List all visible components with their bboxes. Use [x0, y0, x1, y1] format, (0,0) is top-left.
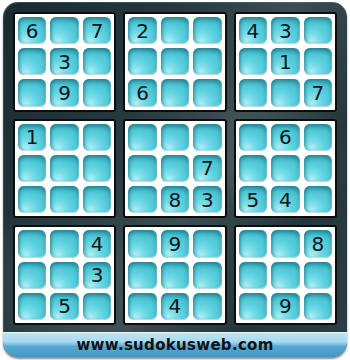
- cell-r2c1[interactable]: [18, 48, 46, 75]
- cell-r3c7[interactable]: [239, 79, 267, 106]
- cell-r4c3[interactable]: [83, 124, 111, 151]
- cell-r6c2[interactable]: [50, 186, 78, 213]
- cell-r1c9[interactable]: [304, 17, 332, 44]
- cell-r2c7[interactable]: [239, 48, 267, 75]
- cell-r6c3[interactable]: [83, 186, 111, 213]
- sudoku-grid: 673926431717836544359489: [3, 2, 347, 332]
- cell-r1c6[interactable]: [193, 17, 221, 44]
- cell-r4c9[interactable]: [304, 124, 332, 151]
- cell-r9c8[interactable]: 9: [271, 293, 299, 320]
- cell-r5c3[interactable]: [83, 155, 111, 182]
- box-9: 89: [234, 225, 337, 325]
- cell-r7c9[interactable]: 8: [304, 230, 332, 257]
- cell-r1c4[interactable]: 2: [128, 17, 156, 44]
- box-8: 94: [123, 225, 226, 325]
- cell-r4c5[interactable]: [161, 124, 189, 151]
- cell-r2c2[interactable]: 3: [50, 48, 78, 75]
- sudoku-plaque: 673926431717836544359489 www.sudokusweb.…: [3, 2, 347, 357]
- cell-r8c6[interactable]: [193, 262, 221, 289]
- cell-r8c5[interactable]: [161, 262, 189, 289]
- sudoku-screenshot: 673926431717836544359489 www.sudokusweb.…: [0, 0, 350, 360]
- cell-r7c1[interactable]: [18, 230, 46, 257]
- cell-r2c4[interactable]: [128, 48, 156, 75]
- cell-r6c7[interactable]: 5: [239, 186, 267, 213]
- cell-r3c5[interactable]: [161, 79, 189, 106]
- cell-r9c9[interactable]: [304, 293, 332, 320]
- cell-r8c2[interactable]: [50, 262, 78, 289]
- cell-r3c3[interactable]: [83, 79, 111, 106]
- cell-r5c6[interactable]: 7: [193, 155, 221, 182]
- cell-r8c3[interactable]: 3: [83, 262, 111, 289]
- cell-r6c5[interactable]: 8: [161, 186, 189, 213]
- cell-r8c7[interactable]: [239, 262, 267, 289]
- cell-r3c8[interactable]: [271, 79, 299, 106]
- cell-r5c2[interactable]: [50, 155, 78, 182]
- cell-r6c1[interactable]: [18, 186, 46, 213]
- cell-r5c9[interactable]: [304, 155, 332, 182]
- cell-r3c2[interactable]: 9: [50, 79, 78, 106]
- cell-r6c4[interactable]: [128, 186, 156, 213]
- cell-r7c3[interactable]: 4: [83, 230, 111, 257]
- cell-r9c7[interactable]: [239, 293, 267, 320]
- cell-r2c5[interactable]: [161, 48, 189, 75]
- cell-r8c8[interactable]: [271, 262, 299, 289]
- footer-bar: www.sudokusweb.com: [3, 332, 347, 357]
- cell-r5c5[interactable]: [161, 155, 189, 182]
- cell-r4c2[interactable]: [50, 124, 78, 151]
- box-6: 654: [234, 119, 337, 219]
- cell-r9c4[interactable]: [128, 293, 156, 320]
- box-7: 435: [13, 225, 116, 325]
- cell-r1c8[interactable]: 3: [271, 17, 299, 44]
- cell-r5c8[interactable]: [271, 155, 299, 182]
- cell-r4c7[interactable]: [239, 124, 267, 151]
- cell-r4c8[interactable]: 6: [271, 124, 299, 151]
- cell-r8c1[interactable]: [18, 262, 46, 289]
- cell-r2c8[interactable]: 1: [271, 48, 299, 75]
- cell-r3c6[interactable]: [193, 79, 221, 106]
- box-4: 1: [13, 119, 116, 219]
- cell-r6c8[interactable]: 4: [271, 186, 299, 213]
- cell-r7c5[interactable]: 9: [161, 230, 189, 257]
- cell-r5c1[interactable]: [18, 155, 46, 182]
- cell-r4c1[interactable]: 1: [18, 124, 46, 151]
- box-2: 26: [123, 12, 226, 112]
- cell-r3c1[interactable]: [18, 79, 46, 106]
- cell-r8c9[interactable]: [304, 262, 332, 289]
- cell-r2c6[interactable]: [193, 48, 221, 75]
- box-3: 4317: [234, 12, 337, 112]
- cell-r9c5[interactable]: 4: [161, 293, 189, 320]
- cell-r4c4[interactable]: [128, 124, 156, 151]
- cell-r7c2[interactable]: [50, 230, 78, 257]
- cell-r7c7[interactable]: [239, 230, 267, 257]
- cell-r8c4[interactable]: [128, 262, 156, 289]
- cell-r1c5[interactable]: [161, 17, 189, 44]
- cell-r1c7[interactable]: 4: [239, 17, 267, 44]
- cell-r9c6[interactable]: [193, 293, 221, 320]
- cell-r7c4[interactable]: [128, 230, 156, 257]
- box-5: 783: [123, 119, 226, 219]
- cell-r1c1[interactable]: 6: [18, 17, 46, 44]
- cell-r7c8[interactable]: [271, 230, 299, 257]
- cell-r4c6[interactable]: [193, 124, 221, 151]
- cell-r9c2[interactable]: 5: [50, 293, 78, 320]
- cell-r2c3[interactable]: [83, 48, 111, 75]
- cell-r2c9[interactable]: [304, 48, 332, 75]
- site-url-label: www.sudokusweb.com: [76, 336, 273, 354]
- cell-r3c4[interactable]: 6: [128, 79, 156, 106]
- cell-r6c9[interactable]: [304, 186, 332, 213]
- cell-r9c1[interactable]: [18, 293, 46, 320]
- cell-r1c2[interactable]: [50, 17, 78, 44]
- cell-r5c4[interactable]: [128, 155, 156, 182]
- cell-r9c3[interactable]: [83, 293, 111, 320]
- cell-r6c6[interactable]: 3: [193, 186, 221, 213]
- cell-r7c6[interactable]: [193, 230, 221, 257]
- box-1: 6739: [13, 12, 116, 112]
- cell-r5c7[interactable]: [239, 155, 267, 182]
- cell-r1c3[interactable]: 7: [83, 17, 111, 44]
- cell-r3c9[interactable]: 7: [304, 79, 332, 106]
